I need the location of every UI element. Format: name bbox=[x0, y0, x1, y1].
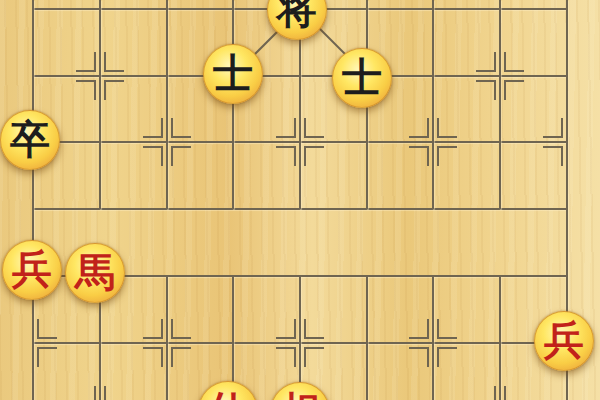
position-marker bbox=[276, 146, 296, 166]
position-marker bbox=[304, 118, 324, 138]
position-marker bbox=[304, 319, 324, 339]
piece-glyph: 兵 bbox=[544, 320, 584, 360]
position-marker bbox=[437, 146, 457, 166]
position-marker bbox=[143, 146, 163, 166]
grid-line bbox=[99, 0, 101, 209]
position-marker bbox=[543, 146, 563, 166]
piece-black-soldier[interactable]: 卒 bbox=[0, 110, 60, 170]
piece-black-advisor-left[interactable]: 士 bbox=[203, 44, 263, 104]
grid-line bbox=[499, 276, 501, 400]
position-marker bbox=[504, 52, 524, 72]
position-marker bbox=[504, 80, 524, 100]
position-marker bbox=[76, 52, 96, 72]
position-marker bbox=[104, 80, 124, 100]
piece-red-soldier-left[interactable]: 兵 bbox=[2, 240, 62, 300]
piece-glyph: 士 bbox=[213, 53, 253, 93]
position-marker bbox=[276, 319, 296, 339]
grid-line bbox=[166, 0, 168, 209]
piece-red-advisor[interactable]: 仕 bbox=[198, 381, 258, 400]
piece-red-elephant[interactable]: 相 bbox=[270, 382, 330, 400]
piece-red-horse[interactable]: 馬 bbox=[65, 243, 125, 303]
position-marker bbox=[409, 319, 429, 339]
grid-line bbox=[32, 0, 34, 400]
position-marker bbox=[476, 80, 496, 100]
piece-glyph: 相 bbox=[280, 391, 320, 400]
position-marker bbox=[409, 118, 429, 138]
grid-line bbox=[432, 276, 434, 400]
position-marker bbox=[37, 347, 57, 367]
position-marker bbox=[504, 386, 524, 400]
position-marker bbox=[143, 347, 163, 367]
position-marker bbox=[476, 386, 496, 400]
piece-glyph: 将 bbox=[277, 0, 317, 29]
piece-glyph: 士 bbox=[342, 57, 382, 97]
position-marker bbox=[76, 386, 96, 400]
position-marker bbox=[409, 347, 429, 367]
position-marker bbox=[409, 146, 429, 166]
grid-line bbox=[166, 276, 168, 400]
position-marker bbox=[437, 347, 457, 367]
grid-line bbox=[232, 0, 234, 209]
position-marker bbox=[543, 118, 563, 138]
position-marker bbox=[304, 347, 324, 367]
position-marker bbox=[171, 146, 191, 166]
grid-line bbox=[499, 0, 501, 209]
piece-black-advisor-right[interactable]: 士 bbox=[332, 48, 392, 108]
grid-line bbox=[432, 0, 434, 209]
position-marker bbox=[171, 319, 191, 339]
position-marker bbox=[437, 319, 457, 339]
position-marker bbox=[171, 347, 191, 367]
position-marker bbox=[437, 118, 457, 138]
piece-glyph: 馬 bbox=[75, 252, 115, 292]
position-marker bbox=[104, 52, 124, 72]
position-marker bbox=[276, 118, 296, 138]
position-marker bbox=[476, 52, 496, 72]
piece-red-soldier-right[interactable]: 兵 bbox=[534, 311, 594, 371]
xiangqi-board: 将士士卒兵馬兵仕相 bbox=[0, 0, 600, 400]
position-marker bbox=[171, 118, 191, 138]
position-marker bbox=[276, 347, 296, 367]
position-marker bbox=[104, 386, 124, 400]
position-marker bbox=[37, 319, 57, 339]
piece-glyph: 兵 bbox=[12, 249, 52, 289]
position-marker bbox=[304, 146, 324, 166]
position-marker bbox=[143, 118, 163, 138]
position-marker bbox=[143, 319, 163, 339]
grid-line bbox=[366, 276, 368, 400]
piece-black-general[interactable]: 将 bbox=[267, 0, 327, 40]
piece-glyph: 仕 bbox=[208, 390, 248, 400]
piece-glyph: 卒 bbox=[10, 119, 50, 159]
position-marker bbox=[76, 80, 96, 100]
